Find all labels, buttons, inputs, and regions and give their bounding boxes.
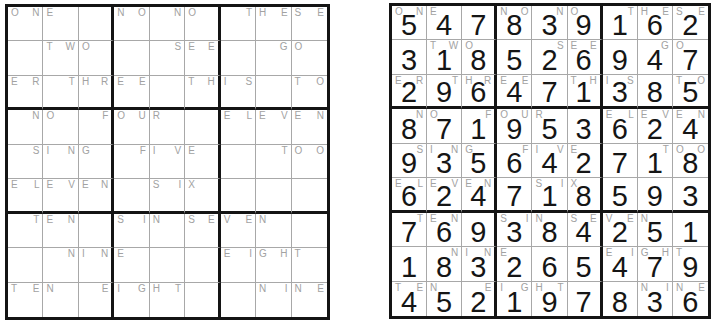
puzzle-cell-r5c9[interactable]: OO (292, 145, 327, 179)
solution-digit: 1 (638, 149, 672, 178)
corner-letter-top-right: N (101, 180, 108, 190)
corner-letter-top-right: S (175, 42, 182, 52)
puzzle-cell-r8c1[interactable] (8, 248, 43, 282)
solution-digit: 3 (392, 46, 426, 75)
solution-digit: 7 (532, 78, 566, 107)
corner-letter-top-left: E (46, 180, 53, 190)
corner-letter-top-left: E (188, 42, 195, 52)
corner-letter-top-left: E (11, 180, 18, 190)
solution-digit: 1 (497, 288, 531, 317)
solution-cell-r5c5: IV4 (532, 144, 567, 178)
solution-digit: 3 (603, 78, 637, 107)
solution-digit: 9 (427, 78, 461, 107)
solution-digit: 4 (638, 46, 672, 75)
solution-cell-r8c5: 6 (532, 247, 567, 281)
solution-digit: 1 (427, 46, 461, 75)
puzzle-cell-r2c8[interactable]: G (256, 41, 291, 75)
puzzle-cell-r2c2[interactable]: TW (43, 41, 78, 75)
corner-letter-top-left: E (117, 249, 124, 259)
puzzle-cell-r3c7[interactable]: IS (221, 76, 256, 110)
solution-digit: 9 (568, 11, 600, 40)
solution-digit: 5 (532, 115, 566, 144)
puzzle-cell-r2c9[interactable]: O (292, 41, 327, 75)
solution-cell-r2c5: S2 (532, 40, 567, 74)
solution-digit: 2 (392, 78, 426, 107)
puzzle-cell-r6c5[interactable]: SI (150, 179, 185, 213)
corner-letter-top-left: O (11, 8, 19, 18)
puzzle-cell-r8c9[interactable]: T (292, 248, 327, 282)
solution-digit: 9 (462, 218, 494, 247)
corner-letter-top-right: V (175, 146, 182, 156)
solution-digit: 3 (638, 288, 672, 317)
solution-cell-r6c5: SI1 (532, 178, 567, 212)
solution-cell-r1c5: N3 (532, 6, 567, 40)
corner-letter-top-left: T (295, 249, 302, 259)
puzzle-cell-r1c7[interactable]: T (221, 7, 256, 41)
puzzle-cell-r2c1[interactable] (8, 41, 43, 75)
puzzle-cell-r6c4[interactable] (114, 179, 149, 213)
solution-cell-r4c2: O7 (427, 109, 462, 143)
puzzle-cell-r8c8[interactable]: GH (256, 248, 291, 282)
puzzle-cell-r3c6[interactable]: TH (185, 76, 220, 110)
corner-letter-top-left: N (259, 215, 267, 225)
solution-digit: 7 (497, 182, 531, 211)
puzzle-cell-r8c6[interactable] (185, 248, 220, 282)
solution-cell-r4c9: EN4 (673, 109, 708, 143)
solution-cell-r4c3: F1 (462, 109, 497, 143)
puzzle-cell-r3c1[interactable]: ER (8, 76, 43, 110)
solution-cell-r8c3: IN3 (462, 247, 497, 281)
corner-letter-top-left: S (188, 215, 195, 225)
solution-cell-r1c2: E4 (427, 6, 462, 40)
solution-cell-r2c7: 9 (603, 40, 638, 74)
corner-letter-top-right: N (68, 215, 75, 225)
solution-digit: 2 (673, 11, 708, 40)
solution-digit: 4 (603, 253, 637, 282)
corner-letter-top-right: E (317, 8, 324, 18)
solution-digit: 5 (497, 46, 531, 75)
corner-letter-top-right: F (140, 146, 146, 156)
solution-cell-r1c9: SE2 (673, 6, 708, 40)
solution-cell-r1c4: NO8 (497, 6, 532, 40)
solution-cell-r8c2: N8 (427, 247, 462, 281)
solution-cell-r3c2: T9 (427, 75, 462, 109)
puzzle-cell-r5c1[interactable]: S (8, 145, 43, 179)
puzzle-cell-r7c8[interactable]: N (256, 214, 291, 248)
puzzle-cell-r9c6[interactable] (185, 283, 220, 317)
corner-letter-top-right: T (33, 215, 39, 225)
corner-letter-top-left: E (224, 249, 231, 259)
solution-digit: 3 (427, 149, 461, 178)
corner-letter-top-left: N (117, 8, 125, 18)
puzzle-cell-r9c7[interactable] (221, 283, 256, 317)
solution-cell-r9c4: IG1 (497, 282, 532, 316)
puzzle-cell-r1c6[interactable]: O (185, 7, 220, 41)
puzzle-cell-r3c9[interactable]: TO (292, 76, 327, 110)
solution-digit: 8 (603, 288, 637, 317)
corner-letter-top-left: R (153, 111, 161, 121)
corner-letter-top-left: H (153, 284, 161, 294)
corner-letter-top-right: T (246, 8, 252, 18)
puzzle-cell-r6c1[interactable]: EL (8, 179, 43, 213)
solution-cell-r5c8: T1 (638, 144, 673, 178)
puzzle-cell-r4c9[interactable]: EN (292, 110, 327, 144)
puzzle-cell-r5c2[interactable]: IN (43, 145, 78, 179)
puzzle-cell-r5c5[interactable]: IV (150, 145, 185, 179)
solution-cell-r3c1: ER2 (392, 75, 427, 109)
puzzle-cell-r7c9[interactable] (292, 214, 327, 248)
corner-letter-top-left: E (295, 111, 302, 121)
solution-digit: 6 (462, 78, 494, 107)
puzzle-cell-r5c4[interactable]: F (114, 145, 149, 179)
solution-digit: 8 (462, 46, 494, 75)
puzzle-cell-r4c1[interactable]: N (8, 110, 43, 144)
corner-letter-top-left: E (11, 77, 18, 87)
solution-digit: 8 (673, 149, 708, 178)
solution-cell-r3c9: TO5 (673, 75, 708, 109)
solution-digit: 2 (427, 182, 461, 211)
solution-cell-r9c6: 7 (568, 282, 603, 316)
corner-letter-top-right: H (207, 77, 214, 87)
corner-letter-top-right: I (143, 215, 146, 225)
puzzle-cell-r1c3[interactable] (79, 7, 114, 41)
solution-cell-r6c9: 3 (673, 178, 708, 212)
puzzle-cell-r3c5[interactable] (150, 76, 185, 110)
corner-letter-top-left: N (46, 284, 54, 294)
corner-letter-top-right: I (285, 284, 288, 294)
solution-digit: 2 (603, 218, 637, 247)
solution-digit: 5 (603, 182, 637, 211)
solution-digit: 7 (568, 288, 600, 317)
corner-letter-top-right: E (281, 8, 288, 18)
puzzle-cell-r6c7[interactable] (221, 179, 256, 213)
solution-cell-r6c3: EN4 (462, 178, 497, 212)
puzzle-cell-r2c4[interactable] (114, 41, 149, 75)
corner-letter-top-left: O (295, 42, 303, 52)
corner-letter-top-left: I (153, 146, 156, 156)
solution-digit: 1 (462, 115, 494, 144)
solution-cell-r7c4: SI3 (497, 213, 532, 247)
solution-cell-r6c6: X8 (568, 178, 603, 212)
solution-cell-r9c5: HT9 (532, 282, 567, 316)
corner-letter-top-right: G (280, 42, 288, 52)
corner-letter-top-right: O (316, 146, 324, 156)
solution-cell-r5c7: 7 (603, 144, 638, 178)
solution-digit: 3 (462, 253, 494, 282)
solution-digit: 6 (568, 46, 600, 75)
puzzle-cell-r3c2[interactable]: T (43, 76, 78, 110)
corner-letter-top-left: I (224, 77, 227, 87)
solution-cell-r2c4: 5 (497, 40, 532, 74)
puzzle-cell-r9c1[interactable]: TE (8, 283, 43, 317)
solution-digit: 3 (497, 218, 531, 247)
corner-letter-top-right: H (280, 249, 287, 259)
corner-letter-top-left: O (46, 111, 54, 121)
corner-letter-top-left: O (82, 42, 90, 52)
solution-cell-r7c9: 1 (673, 213, 708, 247)
corner-letter-top-left: I (46, 146, 49, 156)
solution-digit: 4 (497, 78, 531, 107)
solution-cell-r5c1: S9 (392, 144, 427, 178)
corner-letter-top-right: I (178, 180, 181, 190)
puzzle-cell-r2c3[interactable]: O (79, 41, 114, 75)
solution-cell-r1c3: 7 (462, 6, 497, 40)
corner-letter-top-right: R (32, 77, 39, 87)
puzzle-cell-r3c8[interactable] (256, 76, 291, 110)
solution-cell-r3c5: 7 (532, 75, 567, 109)
puzzle-cell-r8c3[interactable]: IN (79, 248, 114, 282)
solution-digit: 4 (532, 149, 566, 178)
solution-cell-r2c1: 3 (392, 40, 427, 74)
solution-digit: 4 (427, 11, 461, 40)
solution-cell-r8c6: 5 (568, 247, 603, 281)
solution-cell-r7c6: SE4 (568, 213, 603, 247)
solution-cell-r2c9: O7 (673, 40, 708, 74)
puzzle-cell-r4c6[interactable] (185, 110, 220, 144)
puzzle-cell-r4c8[interactable]: EV (256, 110, 291, 144)
solution-cell-r5c9: OO8 (673, 144, 708, 178)
solution-cell-r9c9: NE6 (673, 282, 708, 316)
solution-digit: 4 (462, 182, 494, 211)
solution-digit: 2 (462, 288, 494, 317)
solution-digit: 9 (392, 149, 426, 178)
puzzle-cell-r5c6[interactable]: E (185, 145, 220, 179)
puzzle-cell-r7c3[interactable] (79, 214, 114, 248)
corner-letter-top-left: N (153, 215, 161, 225)
solution-cell-r1c1: ON5 (392, 6, 427, 40)
solution-cell-r7c3: 9 (462, 213, 497, 247)
corner-letter-top-left: E (117, 77, 124, 87)
solution-cell-r6c1: EL6 (392, 178, 427, 212)
puzzle-cell-r9c9[interactable]: NE (292, 283, 327, 317)
puzzle-board: ONENONOTHESETWOSEEGOERTHREETHISTONOFOURE… (5, 4, 330, 320)
corner-letter-top-right: E (245, 215, 252, 225)
solution-cell-r2c6: EE6 (568, 40, 603, 74)
corner-letter-top-right: L (34, 180, 40, 190)
solution-cell-r5c2: IN3 (427, 144, 462, 178)
solution-digit: 2 (638, 115, 672, 144)
puzzle-cell-r6c3[interactable]: EN (79, 179, 114, 213)
corner-letter-top-right: E (139, 77, 146, 87)
puzzle-cell-r6c9[interactable] (292, 179, 327, 213)
solution-digit: 4 (392, 288, 426, 317)
corner-letter-top-right: E (208, 42, 215, 52)
solution-digit: 6 (427, 218, 461, 247)
solution-digit: 6 (673, 288, 708, 317)
corner-letter-top-right: N (101, 249, 108, 259)
corner-letter-top-left: T (295, 77, 302, 87)
solution-digit: 3 (532, 11, 566, 40)
corner-letter-top-left: E (188, 146, 195, 156)
corner-letter-top-right: N (68, 146, 75, 156)
corner-letter-top-right: R (101, 77, 108, 87)
solution-cell-r9c7: 8 (603, 282, 638, 316)
solution-cell-r6c8: 9 (638, 178, 673, 212)
puzzle-cell-r9c2[interactable]: N (43, 283, 78, 317)
puzzle-cell-r3c3[interactable]: HR (79, 76, 114, 110)
puzzle-cell-r8c4[interactable]: E (114, 248, 149, 282)
solution-digit: 6 (532, 253, 566, 282)
corner-letter-top-left: O (188, 8, 196, 18)
puzzle-cell-r7c4[interactable]: SI (114, 214, 149, 248)
solution-cell-r3c4: EE4 (497, 75, 532, 109)
solution-cell-r4c5: R5 (532, 109, 567, 143)
solution-digit: 5 (427, 288, 461, 317)
solution-cell-r1c7: T1 (603, 6, 638, 40)
solution-cell-r5c6: E2 (568, 144, 603, 178)
puzzle-cell-r9c8[interactable]: NI (256, 283, 291, 317)
puzzle-cell-r9c3[interactable]: E (79, 283, 114, 317)
solution-cell-r4c4: OU9 (497, 109, 532, 143)
corner-letter-top-left: S (153, 180, 160, 190)
corner-letter-top-left: S (117, 215, 124, 225)
corner-letter-top-left: O (295, 146, 303, 156)
solution-digit: 8 (392, 115, 426, 144)
corner-letter-top-left: G (259, 249, 267, 259)
solution-digit: 5 (392, 11, 426, 40)
puzzle-cell-r1c4[interactable]: NO (114, 7, 149, 41)
solution-cell-r1c8: HE6 (638, 6, 673, 40)
solution-digit: 8 (638, 78, 672, 107)
corner-letter-top-right: N (68, 249, 75, 259)
solution-cell-r4c6: 3 (568, 109, 603, 143)
solution-digit: 7 (427, 115, 461, 144)
corner-letter-top-right: E (33, 284, 40, 294)
corner-letter-top-left: E (259, 111, 266, 121)
corner-letter-top-left: X (188, 180, 195, 190)
puzzle-cell-r1c5[interactable]: N (150, 7, 185, 41)
puzzle-cell-r2c6[interactable]: EE (185, 41, 220, 75)
puzzle-cell-r4c4[interactable]: OU (114, 110, 149, 144)
solution-cell-r4c8: EV2 (638, 109, 673, 143)
puzzle-cell-r7c6[interactable]: SE (185, 214, 220, 248)
puzzle-cell-r4c2[interactable]: O (43, 110, 78, 144)
solution-digit: 7 (603, 149, 637, 178)
corner-letter-top-right: U (139, 111, 146, 121)
solution-digit: 8 (568, 182, 600, 211)
solution-cell-r6c7: 5 (603, 178, 638, 212)
corner-letter-top-left: E (46, 215, 53, 225)
solution-digit: 9 (673, 253, 708, 282)
puzzle-cell-r2c7[interactable] (221, 41, 256, 75)
solution-digit: 5 (638, 218, 672, 247)
solution-cell-r7c7: VE2 (603, 213, 638, 247)
solution-digit: 2 (532, 46, 566, 75)
puzzle-cell-r1c9[interactable]: SE (292, 7, 327, 41)
solution-digit: 9 (497, 115, 531, 144)
solution-digit: 6 (603, 115, 637, 144)
puzzle-cell-r5c8[interactable]: T (256, 145, 291, 179)
corner-letter-top-right: E (317, 284, 324, 294)
corner-letter-top-right: S (33, 146, 40, 156)
corner-letter-top-left: T (188, 77, 195, 87)
solution-cell-r1c6: O9 (568, 6, 603, 40)
corner-letter-top-right: O (316, 77, 324, 87)
puzzle-cell-r7c2[interactable]: EN (43, 214, 78, 248)
puzzle-cell-r9c4[interactable]: IG (114, 283, 149, 317)
puzzle-cell-r6c2[interactable]: EV (43, 179, 78, 213)
solution-cell-r9c1: TE4 (392, 282, 427, 316)
puzzle-cell-r4c5[interactable]: R (150, 110, 185, 144)
corner-letter-top-left: H (82, 77, 90, 87)
solution-cell-r2c8: G4 (638, 40, 673, 74)
corner-letter-top-left: N (259, 284, 267, 294)
puzzle-cell-r1c1[interactable]: ON (8, 7, 43, 41)
solution-digit: 7 (638, 253, 672, 282)
puzzle-cell-r8c2[interactable]: N (43, 248, 78, 282)
solution-cell-r7c1: T7 (392, 213, 427, 247)
solution-cell-r8c4: E2 (497, 247, 532, 281)
solution-cell-r7c8: N5 (638, 213, 673, 247)
solution-cell-r8c9: T9 (673, 247, 708, 281)
puzzle-cell-r7c1[interactable]: T (8, 214, 43, 248)
corner-letter-top-left: E (46, 8, 53, 18)
corner-letter-top-left: T (11, 284, 18, 294)
corner-letter-top-right: V (68, 180, 75, 190)
corner-letter-top-right: O (138, 8, 146, 18)
puzzle-cell-r7c7[interactable]: VE (221, 214, 256, 248)
puzzle-cell-r1c2[interactable]: E (43, 7, 78, 41)
solution-cell-r9c2: N5 (427, 282, 462, 316)
puzzle-cell-r5c3[interactable]: G (79, 145, 114, 179)
solution-cell-r8c1: 1 (392, 247, 427, 281)
puzzle-cell-r6c6[interactable]: X (185, 179, 220, 213)
corner-letter-top-left: O (117, 111, 125, 121)
puzzle-cell-r1c8[interactable]: HE (256, 7, 291, 41)
solution-cell-r3c7: IS3 (603, 75, 638, 109)
solution-cell-r8c7: EI4 (603, 247, 638, 281)
puzzle-cell-r8c7[interactable]: EI (221, 248, 256, 282)
puzzle-cell-r7c5[interactable]: N (150, 214, 185, 248)
solution-cell-r6c4: 7 (497, 178, 532, 212)
solution-digit: 1 (603, 11, 637, 40)
solution-cell-r2c3: O8 (462, 40, 497, 74)
puzzle-cell-r2c5[interactable]: S (150, 41, 185, 75)
solution-digit: 2 (568, 149, 600, 178)
puzzle-cell-r9c5[interactable]: HT (150, 283, 185, 317)
solution-digit: 9 (532, 288, 566, 317)
solution-cell-r2c2: TW1 (427, 40, 462, 74)
puzzle-cell-r6c8[interactable] (256, 179, 291, 213)
puzzle-cell-r4c7[interactable]: EL (221, 110, 256, 144)
solution-digit: 7 (462, 11, 494, 40)
corner-letter-top-right: T (175, 284, 181, 294)
corner-letter-top-right: N (174, 8, 181, 18)
solution-cell-r4c1: N8 (392, 109, 427, 143)
solution-cell-r6c2: EV2 (427, 178, 462, 212)
solution-cell-r7c5: N8 (532, 213, 567, 247)
solution-digit: 8 (427, 253, 461, 282)
solution-digit: 5 (568, 253, 600, 282)
solution-cell-r5c4: F6 (497, 144, 532, 178)
solution-digit: 6 (638, 11, 672, 40)
solution-digit: 6 (497, 149, 531, 178)
solution-digit: 2 (497, 253, 531, 282)
corner-letter-top-right: N (32, 111, 39, 121)
solution-digit: 4 (673, 115, 708, 144)
solution-digit: 9 (638, 182, 672, 211)
corner-letter-top-right: E (208, 215, 215, 225)
corner-letter-top-right: G (138, 284, 146, 294)
solution-digit: 5 (462, 149, 494, 178)
corner-letter-top-left: H (259, 8, 267, 18)
puzzle-cell-r3c4[interactable]: EE (114, 76, 149, 110)
corner-letter-top-right: T (69, 77, 75, 87)
puzzle-cell-r5c7[interactable] (221, 145, 256, 179)
puzzle-cell-r4c3[interactable]: F (79, 110, 114, 144)
corner-letter-top-left: E (224, 111, 231, 121)
puzzle-cell-r8c5[interactable] (150, 248, 185, 282)
